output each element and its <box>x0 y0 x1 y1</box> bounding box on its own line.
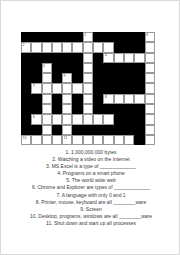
grid-cell[interactable]: 7 <box>31 83 41 93</box>
black-cell <box>103 32 113 42</box>
black-cell <box>114 73 124 83</box>
black-cell <box>134 83 144 93</box>
black-cell <box>134 114 144 124</box>
grid-cell[interactable] <box>134 53 144 63</box>
grid-cell[interactable] <box>145 73 155 83</box>
clue: 9. Screen <box>1 206 180 213</box>
black-cell <box>124 73 134 83</box>
black-cell <box>72 32 82 42</box>
clue: 1. 1,000,000,000 bytes <box>1 149 180 156</box>
black-cell <box>62 63 72 73</box>
black-cell <box>72 104 82 114</box>
grid-cell[interactable] <box>103 135 113 145</box>
black-cell <box>124 83 134 93</box>
black-cell <box>62 32 72 42</box>
grid-cell[interactable] <box>42 42 52 52</box>
black-cell <box>103 125 113 135</box>
crossword-grid[interactable]: 1324597861011 <box>21 32 155 145</box>
clue-number: 10 <box>22 136 26 140</box>
grid-cell[interactable] <box>134 94 144 104</box>
black-cell <box>31 94 41 104</box>
grid-cell[interactable]: 6 <box>31 114 41 124</box>
clue: 11. Shut down and start up all processes <box>1 220 180 227</box>
grid-cell[interactable] <box>83 104 93 114</box>
clue-number: 9 <box>64 74 66 78</box>
grid-cell[interactable] <box>103 114 113 124</box>
grid-cell[interactable] <box>42 83 52 93</box>
black-cell <box>93 32 103 42</box>
black-cell <box>21 125 31 135</box>
black-cell <box>83 125 93 135</box>
clue-number: 2 <box>22 43 24 47</box>
grid-cell[interactable] <box>145 53 155 63</box>
grid-cell[interactable] <box>83 42 93 52</box>
black-cell <box>124 125 134 135</box>
grid-cell[interactable] <box>93 42 103 52</box>
black-cell <box>93 104 103 114</box>
black-cell <box>134 125 144 135</box>
grid-cell[interactable] <box>72 83 82 93</box>
black-cell <box>31 125 41 135</box>
grid-cell[interactable] <box>52 83 62 93</box>
black-cell <box>114 104 124 114</box>
grid-cell[interactable] <box>145 114 155 124</box>
grid-cell[interactable] <box>124 53 134 63</box>
clue-number: 6 <box>33 115 35 119</box>
black-cell <box>21 114 31 124</box>
clue-number: 8 <box>105 95 107 99</box>
grid-cell[interactable] <box>83 114 93 124</box>
grid-cell[interactable] <box>42 104 52 114</box>
grid-cell[interactable] <box>145 83 155 93</box>
black-cell <box>31 53 41 63</box>
black-cell <box>103 73 113 83</box>
clue-number: 1 <box>84 33 86 37</box>
clue-number: 11 <box>64 136 68 140</box>
grid-cell[interactable] <box>93 135 103 145</box>
grid-cell[interactable] <box>42 94 52 104</box>
grid-cell[interactable] <box>93 114 103 124</box>
black-cell <box>134 73 144 83</box>
black-cell <box>72 125 82 135</box>
black-cell <box>42 32 52 42</box>
black-cell <box>52 32 62 42</box>
black-cell <box>52 94 62 104</box>
black-cell <box>93 125 103 135</box>
clue: 8. Printer, mouse, keyboard are all ____… <box>1 199 180 206</box>
grid-cell[interactable]: 4 <box>103 53 113 63</box>
grid-cell[interactable] <box>31 42 41 52</box>
grid-cell[interactable] <box>42 135 52 145</box>
black-cell <box>134 42 144 52</box>
grid-cell[interactable] <box>62 94 72 104</box>
clue-number: 4 <box>105 53 107 57</box>
clue-number: 5 <box>43 64 45 68</box>
black-cell <box>62 53 72 63</box>
black-cell <box>93 73 103 83</box>
clue: 7. A language with only 0 and 1 <box>1 192 180 199</box>
grid-cell[interactable] <box>72 135 82 145</box>
grid-cell[interactable] <box>42 73 52 83</box>
worksheet-page: 1324597861011 1. 1,000,000,000 bytes2. W… <box>0 0 180 255</box>
grid-cell[interactable] <box>62 83 72 93</box>
black-cell <box>103 83 113 93</box>
black-cell <box>21 83 31 93</box>
black-cell <box>52 125 62 135</box>
clue-list: 1. 1,000,000,000 bytes2. Watching a vide… <box>1 149 180 227</box>
grid-cell[interactable] <box>83 94 93 104</box>
black-cell <box>31 63 41 73</box>
grid-cell[interactable] <box>72 114 82 124</box>
black-cell <box>124 32 134 42</box>
black-cell <box>114 32 124 42</box>
grid-cell[interactable] <box>62 114 72 124</box>
grid-cell[interactable]: 10 <box>21 135 31 145</box>
black-cell <box>21 32 31 42</box>
grid-cell[interactable] <box>52 135 62 145</box>
black-cell <box>124 63 134 73</box>
grid-cell[interactable] <box>31 135 41 145</box>
black-cell <box>31 32 41 42</box>
clue: 4. Programs on a smart phone <box>1 170 180 177</box>
grid-cell[interactable]: 8 <box>103 94 113 104</box>
grid-cell[interactable] <box>114 135 124 145</box>
grid-cell[interactable] <box>52 42 62 52</box>
clue: 10. Desktop, programs, windows are all _… <box>1 213 180 220</box>
grid-cell[interactable] <box>72 42 82 52</box>
black-cell <box>72 73 82 83</box>
black-cell <box>52 104 62 114</box>
grid-cell[interactable] <box>145 42 155 52</box>
grid-cell[interactable] <box>42 114 52 124</box>
black-cell <box>21 73 31 83</box>
black-cell <box>93 94 103 104</box>
grid-cell[interactable] <box>83 83 93 93</box>
grid-cell[interactable] <box>145 125 155 135</box>
clue: 5. The world wide web <box>1 177 180 184</box>
black-cell <box>72 53 82 63</box>
grid-cell[interactable] <box>83 53 93 63</box>
grid-cell[interactable] <box>124 135 134 145</box>
black-cell <box>52 53 62 63</box>
grid-cell[interactable] <box>103 42 113 52</box>
grid-cell[interactable]: 2 <box>21 42 31 52</box>
black-cell <box>93 53 103 63</box>
black-cell <box>124 42 134 52</box>
grid-cell[interactable] <box>62 42 72 52</box>
clue: 2. Watching a video on the Internet <box>1 156 180 163</box>
black-cell <box>52 63 62 73</box>
black-cell <box>42 53 52 63</box>
black-cell <box>134 135 144 145</box>
black-cell <box>114 83 124 93</box>
clue-number: 7 <box>33 84 35 88</box>
black-cell <box>72 63 82 73</box>
black-cell <box>21 94 31 104</box>
grid-cell[interactable] <box>83 63 93 73</box>
black-cell <box>124 114 134 124</box>
black-cell <box>134 63 144 73</box>
grid-cell[interactable] <box>52 114 62 124</box>
black-cell <box>103 104 113 114</box>
clue: 3. MS Excel is a type of _____________ <box>1 163 180 170</box>
black-cell <box>93 63 103 73</box>
black-cell <box>134 32 144 42</box>
grid-cell[interactable] <box>83 73 93 83</box>
grid-cell[interactable]: 11 <box>62 135 72 145</box>
clue-number: 3 <box>146 33 148 37</box>
black-cell <box>31 73 41 83</box>
grid-cell[interactable] <box>145 135 155 145</box>
clue: 6. Chrome and Explorer are types of ____… <box>1 184 180 191</box>
black-cell <box>134 104 144 114</box>
grid-cell[interactable]: 9 <box>62 73 72 83</box>
black-cell <box>114 63 124 73</box>
black-cell <box>52 73 62 83</box>
grid-cell[interactable] <box>145 104 155 114</box>
grid-cell[interactable]: 5 <box>42 63 52 73</box>
black-cell <box>114 42 124 52</box>
grid-cell[interactable] <box>62 125 72 135</box>
grid-cell[interactable] <box>83 135 93 145</box>
black-cell <box>93 83 103 93</box>
black-cell <box>124 104 134 114</box>
grid-cell[interactable] <box>145 94 155 104</box>
grid-cell[interactable] <box>114 53 124 63</box>
grid-cell[interactable] <box>62 104 72 114</box>
black-cell <box>114 114 124 124</box>
black-cell <box>21 63 31 73</box>
black-cell <box>21 104 31 114</box>
grid-cell[interactable] <box>42 125 52 135</box>
grid-cell[interactable]: 1 <box>83 32 93 42</box>
black-cell <box>103 63 113 73</box>
grid-cell[interactable]: 3 <box>145 32 155 42</box>
grid-cell[interactable] <box>145 63 155 73</box>
black-cell <box>21 53 31 63</box>
black-cell <box>114 125 124 135</box>
grid-cell[interactable] <box>124 94 134 104</box>
black-cell <box>72 94 82 104</box>
grid-cell[interactable] <box>114 94 124 104</box>
black-cell <box>31 104 41 114</box>
